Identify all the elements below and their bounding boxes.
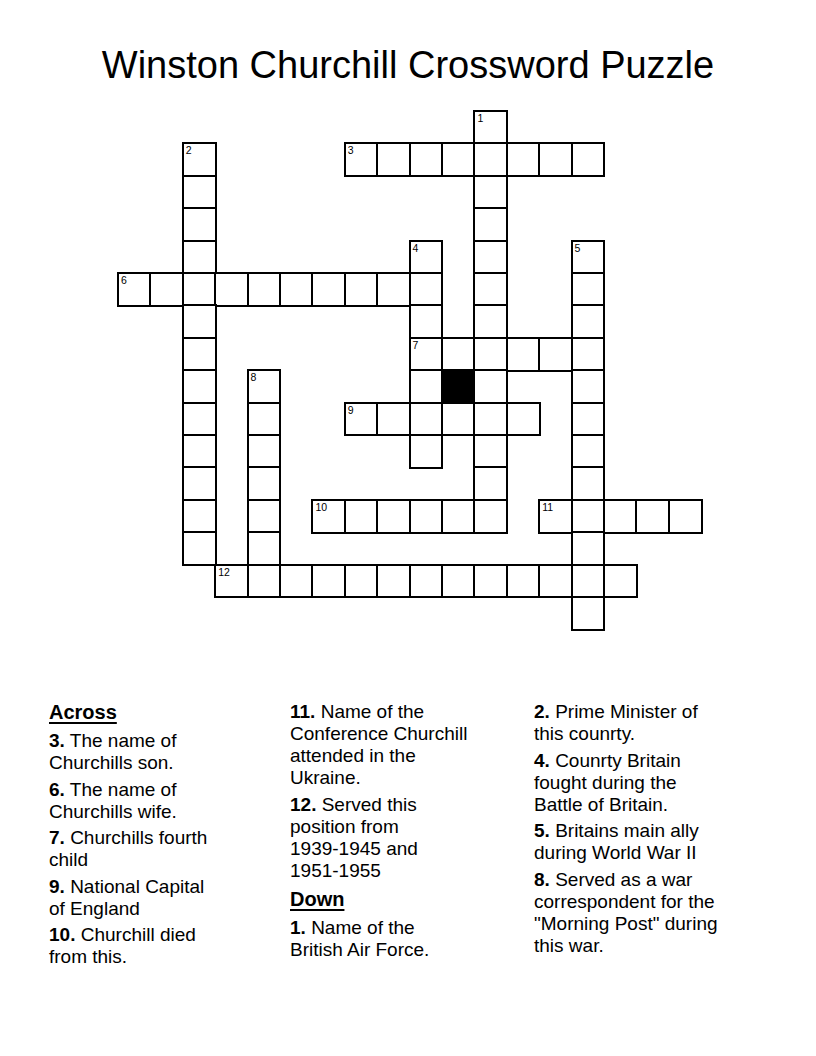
- grid-cell[interactable]: [344, 564, 379, 599]
- grid-cell[interactable]: [571, 304, 606, 339]
- grid-cell[interactable]: [182, 175, 217, 210]
- grid-cell[interactable]: [571, 272, 606, 307]
- cell-number-10: 10: [315, 502, 327, 513]
- grid-cell[interactable]: [247, 564, 282, 599]
- grid-cell[interactable]: [376, 272, 411, 307]
- across-heading: Across: [49, 701, 284, 724]
- grid-cell[interactable]: [571, 434, 606, 469]
- cell-number-12: 12: [218, 567, 230, 578]
- grid-cell[interactable]: [538, 564, 573, 599]
- grid-cell[interactable]: [473, 175, 508, 210]
- clue-4: 4. Counrty Britain fought during the Bat…: [534, 750, 774, 816]
- clue-number-label: 1.: [290, 917, 306, 938]
- clue-3: 3. The name of Churchills son.: [49, 730, 284, 774]
- clue-7: 7. Churchills fourth child: [49, 827, 284, 871]
- grid-cell[interactable]: [182, 466, 217, 501]
- grid-cell[interactable]: [571, 564, 606, 599]
- cell-number-8: 8: [251, 372, 257, 383]
- cell-number-6: 6: [121, 275, 127, 286]
- clue-number-label: 2.: [534, 701, 550, 722]
- grid-cell[interactable]: [409, 434, 444, 469]
- grid-cell[interactable]: [344, 272, 379, 307]
- grid-cell[interactable]: [182, 207, 217, 242]
- grid-cell[interactable]: [182, 272, 217, 307]
- clue-column-2: 11. Name of the Conference Churchill att…: [290, 701, 528, 965]
- clue-number-label: 5.: [534, 820, 550, 841]
- grid-cell[interactable]: [473, 434, 508, 469]
- black-cell: [441, 369, 476, 404]
- grid-cell[interactable]: [247, 531, 282, 566]
- clue-number-label: 4.: [534, 750, 550, 771]
- grid-cell[interactable]: [473, 207, 508, 242]
- grid-cell[interactable]: [182, 531, 217, 566]
- grid-cell[interactable]: [441, 142, 476, 177]
- grid-cell[interactable]: [409, 272, 444, 307]
- grid-cell[interactable]: [506, 142, 541, 177]
- grid-cell[interactable]: [344, 499, 379, 534]
- clue-column-3: 2. Prime Minister of this counrty.4. Cou…: [534, 701, 774, 961]
- grid-cell[interactable]: [473, 369, 508, 404]
- grid-cell[interactable]: [571, 402, 606, 437]
- clue-11: 11. Name of the Conference Churchill att…: [290, 701, 528, 789]
- clue-8: 8. Served as a war correspondent for the…: [534, 869, 774, 957]
- grid-cell[interactable]: [441, 402, 476, 437]
- clue-6: 6. The name of Churchills wife.: [49, 779, 284, 823]
- clue-12: 12. Served this position from 1939-1945 …: [290, 794, 528, 882]
- grid-cell[interactable]: [376, 142, 411, 177]
- cell-number-9: 9: [348, 405, 354, 416]
- grid-cell[interactable]: [571, 337, 606, 372]
- grid-cell[interactable]: [182, 240, 217, 275]
- grid-cell[interactable]: [279, 272, 314, 307]
- grid-cell[interactable]: [473, 304, 508, 339]
- grid-cell[interactable]: [571, 596, 606, 631]
- grid-cell[interactable]: [182, 337, 217, 372]
- grid-cell[interactable]: [247, 402, 282, 437]
- clue-number-label: 3.: [49, 730, 65, 751]
- clue-number-label: 10.: [49, 924, 75, 945]
- grid-cell[interactable]: [473, 499, 508, 534]
- grid-cell[interactable]: [311, 564, 346, 599]
- clue-number-label: 12.: [290, 794, 316, 815]
- grid-cell[interactable]: [247, 499, 282, 534]
- cell-number-11: 11: [542, 502, 553, 513]
- grid-cell[interactable]: [538, 142, 573, 177]
- grid-cell[interactable]: [473, 142, 508, 177]
- grid-cell[interactable]: [182, 402, 217, 437]
- down-heading: Down: [290, 888, 528, 911]
- grid-cell[interactable]: [506, 564, 541, 599]
- grid-cell[interactable]: [409, 304, 444, 339]
- grid-cell[interactable]: [473, 402, 508, 437]
- grid-cell[interactable]: [376, 499, 411, 534]
- clue-9: 9. National Capital of England: [49, 876, 284, 920]
- grid-cell[interactable]: [247, 466, 282, 501]
- cell-number-5: 5: [575, 243, 581, 254]
- grid-cell[interactable]: [506, 402, 541, 437]
- clue-number-label: 11.: [290, 701, 315, 722]
- grid-cell[interactable]: [635, 499, 670, 534]
- grid-cell[interactable]: [409, 142, 444, 177]
- grid-cell[interactable]: [441, 337, 476, 372]
- grid-cell[interactable]: [603, 499, 638, 534]
- clue-5: 5. Britains main ally during World War I…: [534, 820, 774, 864]
- clue-number-label: 9.: [49, 876, 65, 897]
- grid-cell[interactable]: [441, 564, 476, 599]
- grid-cell[interactable]: [441, 499, 476, 534]
- grid-cell[interactable]: [473, 564, 508, 599]
- grid-cell[interactable]: [571, 142, 606, 177]
- grid-cell[interactable]: [473, 240, 508, 275]
- grid-cell[interactable]: [182, 434, 217, 469]
- clue-number-label: 8.: [534, 869, 550, 890]
- grid-cell[interactable]: [182, 304, 217, 339]
- clue-number-label: 7.: [49, 827, 65, 848]
- grid-cell[interactable]: [279, 564, 314, 599]
- clue-2: 2. Prime Minister of this counrty.: [534, 701, 774, 745]
- grid-cell[interactable]: [247, 434, 282, 469]
- clue-number-label: 6.: [49, 779, 65, 800]
- grid-cell[interactable]: [538, 337, 573, 372]
- grid-cell[interactable]: [409, 369, 444, 404]
- grid-cell[interactable]: [409, 499, 444, 534]
- grid-cell[interactable]: [149, 272, 184, 307]
- grid-cell[interactable]: [473, 337, 508, 372]
- cell-number-7: 7: [413, 340, 419, 351]
- cell-number-2: 2: [186, 145, 192, 156]
- grid-cell[interactable]: [571, 531, 606, 566]
- grid-cell[interactable]: [571, 369, 606, 404]
- grid-cell[interactable]: [311, 272, 346, 307]
- crossword-grid: 123456789101112: [117, 110, 703, 631]
- grid-cell[interactable]: [182, 369, 217, 404]
- cell-number-1: 1: [477, 113, 483, 124]
- grid-cell[interactable]: [668, 499, 703, 534]
- grid-cell[interactable]: [473, 272, 508, 307]
- grid-cell[interactable]: [182, 499, 217, 534]
- grid-cell[interactable]: [506, 337, 541, 372]
- grid-cell[interactable]: [473, 466, 508, 501]
- clue-1: 1. Name of the British Air Force.: [290, 917, 528, 961]
- grid-cell[interactable]: [409, 564, 444, 599]
- cell-number-3: 3: [348, 145, 354, 156]
- clue-10: 10. Churchill died from this.: [49, 924, 284, 968]
- grid-cell[interactable]: [571, 466, 606, 501]
- cell-number-4: 4: [413, 243, 419, 254]
- grid-cell[interactable]: [571, 499, 606, 534]
- page-title: Winston Churchill Crossword Puzzle: [0, 44, 816, 87]
- grid-cell[interactable]: [247, 272, 282, 307]
- grid-cell[interactable]: [214, 272, 249, 307]
- grid-cell[interactable]: [376, 564, 411, 599]
- clue-column-1: Across3. The name of Churchills son.6. T…: [49, 701, 284, 973]
- grid-cell[interactable]: [603, 564, 638, 599]
- grid-cell[interactable]: [376, 402, 411, 437]
- grid-cell[interactable]: [409, 402, 444, 437]
